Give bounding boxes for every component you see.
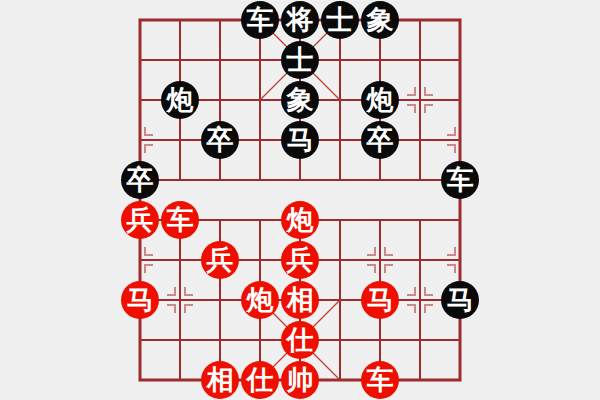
- piece-red-cannon[interactable]: 炮: [241, 281, 279, 319]
- piece-red-general[interactable]: 帅: [281, 361, 319, 399]
- piece-black-soldier[interactable]: 卒: [121, 161, 159, 199]
- piece-red-advisor[interactable]: 仕: [281, 321, 319, 359]
- piece-black-chariot[interactable]: 车: [241, 1, 279, 39]
- app-background: 车将士象士炮象炮卒马卒卒车马兵车炮兵兵马炮相马仕相仕帅车: [0, 0, 600, 400]
- piece-black-cannon[interactable]: 炮: [361, 81, 399, 119]
- piece-black-chariot[interactable]: 车: [441, 161, 479, 199]
- piece-red-cannon[interactable]: 炮: [281, 201, 319, 239]
- piece-red-elephant[interactable]: 相: [201, 361, 239, 399]
- piece-black-soldier[interactable]: 卒: [201, 121, 239, 159]
- piece-red-soldier[interactable]: 兵: [281, 241, 319, 279]
- pieces-layer: 车将士象士炮象炮卒马卒卒车马兵车炮兵兵马炮相马仕相仕帅车: [0, 0, 600, 400]
- piece-red-soldier[interactable]: 兵: [201, 241, 239, 279]
- piece-black-general[interactable]: 将: [281, 1, 319, 39]
- piece-black-advisor[interactable]: 士: [281, 41, 319, 79]
- piece-black-soldier[interactable]: 卒: [361, 121, 399, 159]
- piece-red-advisor[interactable]: 仕: [241, 361, 279, 399]
- piece-red-horse[interactable]: 马: [121, 281, 159, 319]
- piece-red-chariot[interactable]: 车: [161, 201, 199, 239]
- piece-black-advisor[interactable]: 士: [321, 1, 359, 39]
- piece-black-horse[interactable]: 马: [281, 121, 319, 159]
- piece-black-horse[interactable]: 马: [441, 281, 479, 319]
- piece-red-elephant[interactable]: 相: [281, 281, 319, 319]
- piece-black-cannon[interactable]: 炮: [161, 81, 199, 119]
- piece-red-chariot[interactable]: 车: [361, 361, 399, 399]
- piece-red-soldier[interactable]: 兵: [121, 201, 159, 239]
- piece-black-elephant[interactable]: 象: [361, 1, 399, 39]
- piece-black-elephant[interactable]: 象: [281, 81, 319, 119]
- piece-red-horse[interactable]: 马: [361, 281, 399, 319]
